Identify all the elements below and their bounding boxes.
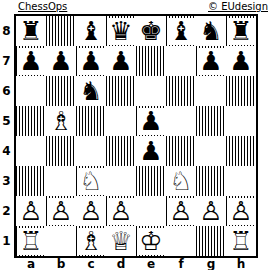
black-knight-icon: ♞ bbox=[79, 78, 104, 105]
square-e3 bbox=[136, 166, 166, 196]
file-label-e: e bbox=[136, 257, 166, 270]
square-b2: ♙ bbox=[46, 196, 76, 226]
square-d4 bbox=[106, 136, 136, 166]
square-b6 bbox=[46, 76, 76, 106]
square-h7: ♟ bbox=[226, 46, 256, 76]
file-label-g: g bbox=[196, 257, 226, 270]
white-pawn-icon: ♙ bbox=[199, 198, 224, 225]
copyright-credit-link[interactable]: © EUdesign bbox=[208, 1, 268, 13]
square-g6 bbox=[196, 76, 226, 106]
white-knight-icon: ♘ bbox=[79, 168, 104, 195]
square-d7: ♟ bbox=[106, 46, 136, 76]
black-bishop-icon: ♝ bbox=[79, 18, 104, 45]
file-label-a: a bbox=[16, 257, 46, 270]
square-e4: ♟ bbox=[136, 136, 166, 166]
square-f5 bbox=[166, 106, 196, 136]
file-label-h: h bbox=[226, 257, 256, 270]
square-f3: ♘ bbox=[166, 166, 196, 196]
file-label-c: c bbox=[76, 257, 106, 270]
square-d8: ♛ bbox=[106, 16, 136, 46]
square-a4 bbox=[16, 136, 46, 166]
rank-label-8: 8 bbox=[0, 16, 13, 46]
file-labels: abcdefgh bbox=[16, 257, 256, 270]
white-pawn-icon: ♙ bbox=[49, 198, 74, 225]
square-c2: ♙ bbox=[76, 196, 106, 226]
square-b4 bbox=[46, 136, 76, 166]
file-label-f: f bbox=[166, 257, 196, 270]
square-d2: ♙ bbox=[106, 196, 136, 226]
square-c6: ♞ bbox=[76, 76, 106, 106]
white-pawn-icon: ♙ bbox=[19, 198, 44, 225]
white-rook-icon: ♖ bbox=[19, 228, 44, 255]
black-pawn-icon: ♟ bbox=[79, 48, 104, 75]
square-h2: ♙ bbox=[226, 196, 256, 226]
rank-label-6: 6 bbox=[0, 76, 13, 106]
rank-label-4: 4 bbox=[0, 136, 13, 166]
square-g5 bbox=[196, 106, 226, 136]
app-title-link[interactable]: ChessOps bbox=[18, 1, 67, 13]
rank-label-2: 2 bbox=[0, 196, 13, 226]
square-e6 bbox=[136, 76, 166, 106]
square-g7: ♟ bbox=[196, 46, 226, 76]
white-bishop-icon: ♗ bbox=[79, 228, 104, 255]
chess-board: ♜♝♛♚♝♞♜♟♟♟♟♟♟♞♗♟♟♘♘♙♙♙♙♙♙♙♖♗♕♔♖ bbox=[14, 14, 258, 258]
square-h6 bbox=[226, 76, 256, 106]
square-h5 bbox=[226, 106, 256, 136]
rank-label-1: 1 bbox=[0, 226, 13, 256]
square-d1: ♕ bbox=[106, 226, 136, 256]
white-bishop-icon: ♗ bbox=[49, 108, 74, 135]
square-a5 bbox=[16, 106, 46, 136]
square-g3 bbox=[196, 166, 226, 196]
square-g2: ♙ bbox=[196, 196, 226, 226]
rank-labels: 87654321 bbox=[0, 16, 13, 256]
square-g1 bbox=[196, 226, 226, 256]
black-pawn-icon: ♟ bbox=[49, 48, 74, 75]
square-f6 bbox=[166, 76, 196, 106]
square-g8: ♞ bbox=[196, 16, 226, 46]
square-h1: ♖ bbox=[226, 226, 256, 256]
square-b5: ♗ bbox=[46, 106, 76, 136]
white-knight-icon: ♘ bbox=[169, 168, 194, 195]
square-e2 bbox=[136, 196, 166, 226]
square-a8: ♜ bbox=[16, 16, 46, 46]
black-knight-icon: ♞ bbox=[199, 18, 224, 45]
black-rook-icon: ♜ bbox=[19, 18, 44, 45]
black-pawn-icon: ♟ bbox=[109, 48, 134, 75]
square-e8: ♚ bbox=[136, 16, 166, 46]
square-f7 bbox=[166, 46, 196, 76]
file-label-b: b bbox=[46, 257, 76, 270]
square-g4 bbox=[196, 136, 226, 166]
square-d5 bbox=[106, 106, 136, 136]
black-queen-icon: ♛ bbox=[109, 18, 134, 45]
square-a3 bbox=[16, 166, 46, 196]
square-h4 bbox=[226, 136, 256, 166]
black-king-icon: ♚ bbox=[139, 18, 164, 45]
square-c1: ♗ bbox=[76, 226, 106, 256]
square-e5: ♟ bbox=[136, 106, 166, 136]
square-b3 bbox=[46, 166, 76, 196]
black-pawn-icon: ♟ bbox=[229, 48, 254, 75]
white-queen-icon: ♕ bbox=[109, 228, 134, 255]
square-f8: ♝ bbox=[166, 16, 196, 46]
rank-label-7: 7 bbox=[0, 46, 13, 76]
file-label-d: d bbox=[106, 257, 136, 270]
square-b8 bbox=[46, 16, 76, 46]
square-e7 bbox=[136, 46, 166, 76]
square-d6 bbox=[106, 76, 136, 106]
square-a7: ♟ bbox=[16, 46, 46, 76]
square-a1: ♖ bbox=[16, 226, 46, 256]
square-c8: ♝ bbox=[76, 16, 106, 46]
square-c4 bbox=[76, 136, 106, 166]
square-a6 bbox=[16, 76, 46, 106]
square-b1 bbox=[46, 226, 76, 256]
rank-label-5: 5 bbox=[0, 106, 13, 136]
black-pawn-icon: ♟ bbox=[199, 48, 224, 75]
white-pawn-icon: ♙ bbox=[169, 198, 194, 225]
square-f2: ♙ bbox=[166, 196, 196, 226]
square-d3 bbox=[106, 166, 136, 196]
black-pawn-icon: ♟ bbox=[139, 108, 164, 135]
square-h8: ♜ bbox=[226, 16, 256, 46]
square-a2: ♙ bbox=[16, 196, 46, 226]
square-f4 bbox=[166, 136, 196, 166]
square-e1: ♔ bbox=[136, 226, 166, 256]
rank-label-3: 3 bbox=[0, 166, 13, 196]
white-pawn-icon: ♙ bbox=[109, 198, 134, 225]
square-c5 bbox=[76, 106, 106, 136]
square-h3 bbox=[226, 166, 256, 196]
square-c7: ♟ bbox=[76, 46, 106, 76]
white-pawn-icon: ♙ bbox=[79, 198, 104, 225]
black-bishop-icon: ♝ bbox=[169, 18, 194, 45]
white-pawn-icon: ♙ bbox=[229, 198, 254, 225]
square-f1 bbox=[166, 226, 196, 256]
white-king-icon: ♔ bbox=[139, 228, 164, 255]
black-rook-icon: ♜ bbox=[229, 18, 254, 45]
black-pawn-icon: ♟ bbox=[19, 48, 44, 75]
square-b7: ♟ bbox=[46, 46, 76, 76]
black-pawn-icon: ♟ bbox=[139, 138, 164, 165]
white-rook-icon: ♖ bbox=[229, 228, 254, 255]
square-c3: ♘ bbox=[76, 166, 106, 196]
